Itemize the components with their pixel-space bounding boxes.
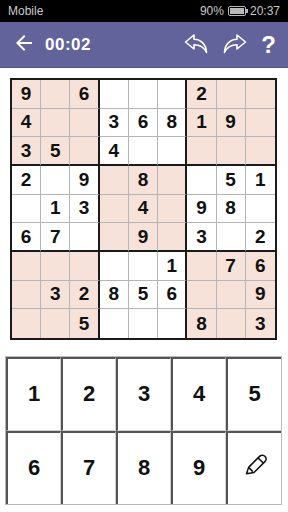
sudoku-cell-r2c1[interactable]: 4 bbox=[12, 109, 41, 138]
sudoku-cell-r1c7[interactable]: 2 bbox=[187, 80, 216, 109]
sudoku-cell-r1c3[interactable]: 6 bbox=[70, 80, 99, 109]
sudoku-cell-r3c5[interactable] bbox=[129, 137, 158, 166]
redo-icon bbox=[222, 32, 248, 58]
sudoku-cell-r4c1[interactable]: 2 bbox=[12, 166, 41, 195]
sudoku-cell-r8c5[interactable]: 5 bbox=[129, 281, 158, 310]
phone-screen: Mobile 90% 20:37 00:02 bbox=[0, 0, 288, 512]
sudoku-cell-r9c9[interactable]: 3 bbox=[246, 309, 275, 338]
sudoku-cell-r8c4[interactable]: 8 bbox=[100, 281, 129, 310]
sudoku-cell-r9c7[interactable]: 8 bbox=[187, 309, 216, 338]
sudoku-cell-r6c6[interactable] bbox=[158, 223, 187, 252]
sudoku-cell-r2c7[interactable]: 1 bbox=[187, 109, 216, 138]
sudoku-cell-r9c2[interactable] bbox=[41, 309, 70, 338]
sudoku-cell-r9c1[interactable] bbox=[12, 309, 41, 338]
sudoku-cell-r3c8[interactable] bbox=[217, 137, 246, 166]
sudoku-cell-r2c3[interactable] bbox=[70, 109, 99, 138]
toolbar-right: ? bbox=[183, 32, 276, 58]
numpad-key-1[interactable]: 1 bbox=[6, 357, 61, 431]
numpad-key-9[interactable]: 9 bbox=[171, 431, 226, 505]
sudoku-cell-r5c8[interactable]: 8 bbox=[217, 195, 246, 224]
sudoku-cell-r8c9[interactable]: 9 bbox=[246, 281, 275, 310]
sudoku-cell-r5c7[interactable]: 9 bbox=[187, 195, 216, 224]
numpad-key-4[interactable]: 4 bbox=[171, 357, 226, 431]
sudoku-cell-r8c6[interactable]: 6 bbox=[158, 281, 187, 310]
sudoku-cell-r3c1[interactable]: 3 bbox=[12, 137, 41, 166]
sudoku-cell-r1c4[interactable] bbox=[100, 80, 129, 109]
sudoku-cell-r7c3[interactable] bbox=[70, 252, 99, 281]
sudoku-cell-r7c4[interactable] bbox=[100, 252, 129, 281]
sudoku-cell-r1c6[interactable] bbox=[158, 80, 187, 109]
sudoku-cell-r6c8[interactable] bbox=[217, 223, 246, 252]
status-bar: Mobile 90% 20:37 bbox=[0, 0, 288, 22]
sudoku-cell-r2c5[interactable]: 6 bbox=[129, 109, 158, 138]
pencil-mode-button[interactable] bbox=[226, 431, 281, 505]
sudoku-cell-r1c1[interactable]: 9 bbox=[12, 80, 41, 109]
sudoku-cell-r6c9[interactable]: 2 bbox=[246, 223, 275, 252]
sudoku-cell-r7c7[interactable] bbox=[187, 252, 216, 281]
sudoku-cell-r2c9[interactable] bbox=[246, 109, 275, 138]
clock: 20:37 bbox=[250, 4, 280, 18]
sudoku-cell-r4c6[interactable] bbox=[158, 166, 187, 195]
numpad-key-5[interactable]: 5 bbox=[226, 357, 281, 431]
sudoku-cell-r3c6[interactable] bbox=[158, 137, 187, 166]
sudoku-cell-r9c3[interactable]: 5 bbox=[70, 309, 99, 338]
sudoku-cell-r7c9[interactable]: 6 bbox=[246, 252, 275, 281]
sudoku-cell-r8c2[interactable]: 3 bbox=[41, 281, 70, 310]
sudoku-cell-r3c7[interactable] bbox=[187, 137, 216, 166]
numpad-key-7[interactable]: 7 bbox=[61, 431, 116, 505]
numpad-key-8[interactable]: 8 bbox=[116, 431, 171, 505]
sudoku-grid: 962436819354298511349867932176328569583 bbox=[10, 78, 277, 340]
sudoku-cell-r8c3[interactable]: 2 bbox=[70, 281, 99, 310]
sudoku-cell-r6c7[interactable]: 3 bbox=[187, 223, 216, 252]
sudoku-cell-r8c1[interactable] bbox=[12, 281, 41, 310]
sudoku-cell-r4c3[interactable]: 9 bbox=[70, 166, 99, 195]
number-pad: 1 2 3 4 5 6 7 8 9 bbox=[5, 356, 282, 505]
back-button[interactable] bbox=[12, 31, 36, 58]
toolbar: 00:02 ? bbox=[0, 22, 288, 68]
sudoku-cell-r6c1[interactable]: 6 bbox=[12, 223, 41, 252]
sudoku-cell-r3c2[interactable]: 5 bbox=[41, 137, 70, 166]
sudoku-cell-r2c6[interactable]: 8 bbox=[158, 109, 187, 138]
pencil-icon bbox=[240, 450, 270, 486]
sudoku-cell-r2c8[interactable]: 9 bbox=[217, 109, 246, 138]
sudoku-cell-r1c2[interactable] bbox=[41, 80, 70, 109]
sudoku-cell-r8c7[interactable] bbox=[187, 281, 216, 310]
sudoku-cell-r3c4[interactable]: 4 bbox=[100, 137, 129, 166]
sudoku-cell-r5c5[interactable]: 4 bbox=[129, 195, 158, 224]
sudoku-cell-r1c5[interactable] bbox=[129, 80, 158, 109]
sudoku-cell-r7c2[interactable] bbox=[41, 252, 70, 281]
status-bar-right: 90% 20:37 bbox=[200, 4, 280, 18]
sudoku-cell-r2c2[interactable] bbox=[41, 109, 70, 138]
battery-fill bbox=[230, 8, 244, 14]
sudoku-cell-r3c3[interactable] bbox=[70, 137, 99, 166]
sudoku-cell-r5c3[interactable]: 3 bbox=[70, 195, 99, 224]
sudoku-cell-r5c6[interactable] bbox=[158, 195, 187, 224]
sudoku-cell-r6c5[interactable]: 9 bbox=[129, 223, 158, 252]
sudoku-cell-r7c8[interactable]: 7 bbox=[217, 252, 246, 281]
sudoku-cell-r8c8[interactable] bbox=[217, 281, 246, 310]
sudoku-cell-r6c4[interactable] bbox=[100, 223, 129, 252]
redo-button[interactable] bbox=[222, 32, 248, 58]
carrier-label: Mobile bbox=[8, 4, 43, 18]
sudoku-cell-r5c2[interactable]: 1 bbox=[41, 195, 70, 224]
sudoku-cell-r7c6[interactable]: 1 bbox=[158, 252, 187, 281]
sudoku-cell-r3c9[interactable] bbox=[246, 137, 275, 166]
numpad-key-3[interactable]: 3 bbox=[116, 357, 171, 431]
sudoku-cell-r1c8[interactable] bbox=[217, 80, 246, 109]
sudoku-cell-r4c4[interactable] bbox=[100, 166, 129, 195]
sudoku-cell-r7c5[interactable] bbox=[129, 252, 158, 281]
sudoku-cell-r9c8[interactable] bbox=[217, 309, 246, 338]
sudoku-cell-r4c7[interactable] bbox=[187, 166, 216, 195]
sudoku-cell-r1c9[interactable] bbox=[246, 80, 275, 109]
sudoku-cell-r4c2[interactable] bbox=[41, 166, 70, 195]
battery-nub bbox=[246, 9, 248, 13]
sudoku-cell-r4c5[interactable]: 8 bbox=[129, 166, 158, 195]
undo-icon bbox=[183, 32, 209, 58]
sudoku-cell-r9c4[interactable] bbox=[100, 309, 129, 338]
sudoku-cell-r9c6[interactable] bbox=[158, 309, 187, 338]
sudoku-cell-r6c3[interactable] bbox=[70, 223, 99, 252]
sudoku-cell-r4c9[interactable]: 1 bbox=[246, 166, 275, 195]
sudoku-cell-r6c2[interactable]: 7 bbox=[41, 223, 70, 252]
numpad-key-6[interactable]: 6 bbox=[6, 431, 61, 505]
back-arrow-icon bbox=[12, 31, 36, 58]
timer: 00:02 bbox=[45, 35, 91, 55]
sudoku-cell-r5c1[interactable] bbox=[12, 195, 41, 224]
sudoku-cell-r5c4[interactable] bbox=[100, 195, 129, 224]
sudoku-cell-r7c1[interactable] bbox=[12, 252, 41, 281]
sudoku-cell-r4c8[interactable]: 5 bbox=[217, 166, 246, 195]
sudoku-cell-r2c4[interactable]: 3 bbox=[100, 109, 129, 138]
help-button[interactable]: ? bbox=[261, 33, 276, 57]
numpad-key-2[interactable]: 2 bbox=[61, 357, 116, 431]
battery-icon bbox=[228, 6, 246, 16]
sudoku-cell-r5c9[interactable] bbox=[246, 195, 275, 224]
battery-percent: 90% bbox=[200, 4, 224, 18]
sudoku-cell-r9c5[interactable] bbox=[129, 309, 158, 338]
undo-button[interactable] bbox=[183, 32, 209, 58]
